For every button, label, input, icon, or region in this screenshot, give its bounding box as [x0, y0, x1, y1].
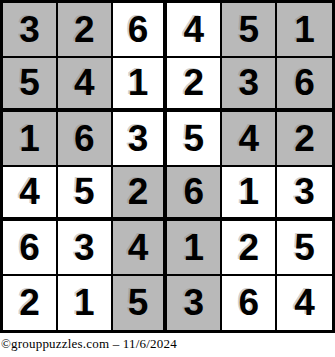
cell-r4c6: 3: [277, 167, 332, 222]
sudoku-board: 326451541236163542452613634125215364: [0, 0, 335, 333]
cell-r6c4: 3: [167, 276, 222, 331]
cell-r6c2: 1: [58, 276, 113, 331]
cell-r2c4: 2: [167, 58, 222, 113]
cell-r5c4: 1: [167, 221, 222, 276]
cell-r3c4: 5: [167, 112, 222, 167]
cell-r6c5: 6: [222, 276, 277, 331]
cell-r3c3: 3: [113, 112, 168, 167]
cell-r5c5: 2: [222, 221, 277, 276]
cell-r5c2: 3: [58, 221, 113, 276]
cell-r3c6: 2: [277, 112, 332, 167]
cell-r6c6: 4: [277, 276, 332, 331]
cell-r1c6: 1: [277, 3, 332, 58]
cell-r1c2: 2: [58, 3, 113, 58]
cell-r2c3: 1: [113, 58, 168, 113]
cell-r2c2: 4: [58, 58, 113, 113]
cell-r1c4: 4: [167, 3, 222, 58]
copyright-footer: ©grouppuzzles.com – 11/6/2024: [1, 336, 177, 352]
cell-r3c5: 4: [222, 112, 277, 167]
cell-r5c1: 6: [3, 221, 58, 276]
cell-r5c3: 4: [113, 221, 168, 276]
cell-r3c1: 1: [3, 112, 58, 167]
cell-r5c6: 5: [277, 221, 332, 276]
cell-r4c2: 5: [58, 167, 113, 222]
cell-r1c3: 6: [113, 3, 168, 58]
cell-r3c2: 6: [58, 112, 113, 167]
cell-r6c1: 2: [3, 276, 58, 331]
cell-r1c1: 3: [3, 3, 58, 58]
cell-r2c1: 5: [3, 58, 58, 113]
cell-r2c6: 6: [277, 58, 332, 113]
cell-r1c5: 5: [222, 3, 277, 58]
cell-r4c4: 6: [167, 167, 222, 222]
cell-r4c1: 4: [3, 167, 58, 222]
cell-r2c5: 3: [222, 58, 277, 113]
cell-r6c3: 5: [113, 276, 168, 331]
cell-r4c3: 2: [113, 167, 168, 222]
cell-r4c5: 1: [222, 167, 277, 222]
